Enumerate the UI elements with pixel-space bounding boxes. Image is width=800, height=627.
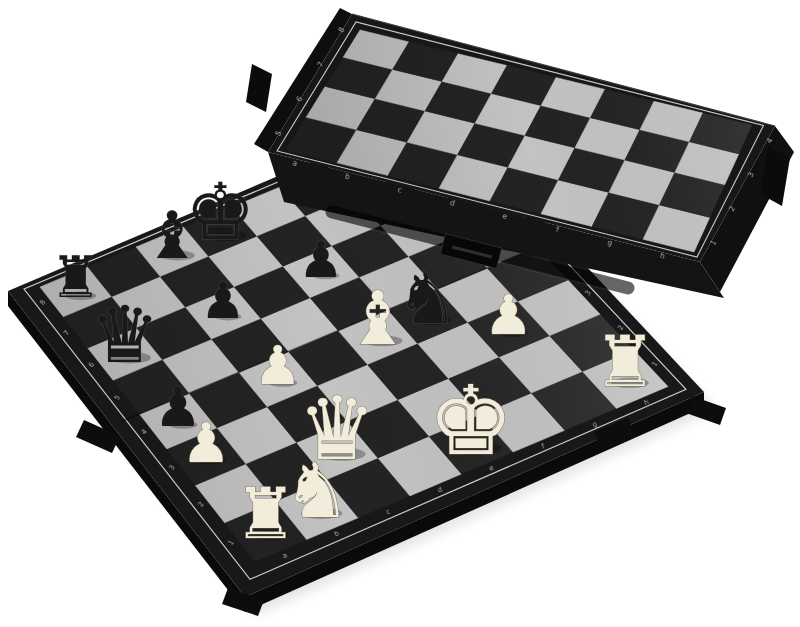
piece-white-pawn-c4: ♟ — [254, 334, 302, 397]
piece-white-pawn-g3: ♟ — [484, 283, 533, 347]
chess-set-photo: 12345678abcdefgh12345678abcdefgh56781234… — [0, 0, 800, 627]
piece-black-pawn-c6: ♟ — [200, 271, 245, 330]
piece-black-queen-a6: ♛ — [90, 289, 160, 380]
piece-white-rook-a1: ♜ — [234, 473, 297, 555]
piece-black-pawn-e6: ♟ — [298, 230, 343, 289]
piece-white-bishop-e4: ♝ — [345, 276, 411, 361]
piece-white-king-e1: ♚ — [428, 365, 514, 477]
chess-scene-canvas: 12345678abcdefgh12345678abcdefgh56781234… — [0, 0, 800, 627]
piece-black-bishop-c8: ♝ — [143, 197, 202, 273]
piece-white-rook-h1: ♜ — [594, 321, 657, 403]
piece-white-pawn-a3: ♟ — [181, 411, 230, 475]
